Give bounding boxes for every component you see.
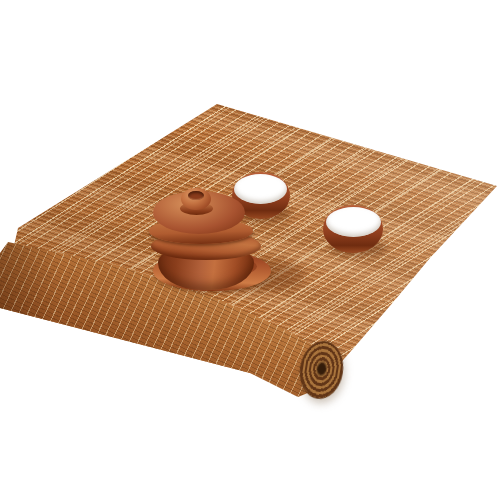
scene (0, 0, 500, 500)
gaiwan-knob-dimple-icon (188, 191, 204, 200)
teacup-right-interior (326, 207, 381, 237)
teacup-upper-interior (234, 174, 287, 204)
